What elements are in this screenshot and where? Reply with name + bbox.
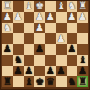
square-a2[interactable] — [2, 66, 13, 77]
white-pawn-piece[interactable]: ♟ — [57, 33, 66, 43]
square-a3[interactable] — [2, 55, 13, 66]
square-g1[interactable]: ♞ — [67, 76, 78, 87]
square-h1[interactable]: ♜ — [77, 76, 88, 87]
square-f3[interactable] — [56, 55, 67, 66]
square-h7[interactable]: ♟ — [77, 12, 88, 23]
black-knight-piece[interactable]: ♞ — [14, 55, 23, 65]
white-pawn-piece[interactable]: ♟ — [67, 12, 76, 22]
square-g8[interactable]: ♞ — [67, 1, 78, 12]
square-d8[interactable]: ♚ — [34, 1, 45, 12]
square-e8[interactable] — [45, 1, 56, 12]
white-king-piece[interactable]: ♚ — [35, 1, 44, 11]
square-g3[interactable] — [67, 55, 78, 66]
square-a4[interactable]: ♟ — [2, 44, 13, 55]
white-bishop-piece[interactable]: ♝ — [24, 1, 33, 11]
square-b2[interactable]: ♟ — [13, 66, 24, 77]
square-d5[interactable] — [34, 33, 45, 44]
square-e3[interactable] — [45, 55, 56, 66]
black-pawn-piece[interactable]: ♟ — [14, 66, 23, 76]
square-c6[interactable] — [24, 23, 35, 34]
square-b4[interactable] — [13, 44, 24, 55]
white-knight-piece[interactable]: ♞ — [67, 1, 76, 11]
white-pawn-piece[interactable]: ♟ — [14, 12, 23, 22]
square-b5[interactable] — [13, 33, 24, 44]
white-pawn-piece[interactable]: ♟ — [35, 12, 44, 22]
white-knight-piece[interactable]: ♞ — [3, 23, 12, 33]
square-g2[interactable] — [67, 66, 78, 77]
square-g7[interactable]: ♟ — [67, 12, 78, 23]
square-c2[interactable]: ♟ — [24, 66, 35, 77]
black-bishop-piece[interactable]: ♝ — [78, 55, 87, 65]
square-e4[interactable] — [45, 44, 56, 55]
square-d1[interactable]: ♚ — [34, 76, 45, 87]
white-pawn-piece[interactable]: ♟ — [78, 12, 87, 22]
square-e1[interactable]: ♛ — [45, 76, 56, 87]
square-d7[interactable]: ♟ — [34, 12, 45, 23]
square-g6[interactable] — [67, 23, 78, 34]
square-b8[interactable] — [13, 1, 24, 12]
square-e6[interactable] — [45, 23, 56, 34]
black-knight-piece[interactable]: ♞ — [67, 76, 76, 86]
black-pawn-piece[interactable]: ♟ — [3, 44, 12, 54]
black-queen-piece[interactable]: ♛ — [46, 76, 55, 86]
black-pawn-piece[interactable]: ♟ — [57, 66, 66, 76]
square-e5[interactable] — [45, 33, 56, 44]
square-b3[interactable]: ♞ — [13, 55, 24, 66]
square-h3[interactable]: ♝ — [77, 55, 88, 66]
square-f8[interactable]: ♝ — [56, 1, 67, 12]
white-pawn-piece[interactable]: ♟ — [46, 12, 55, 22]
square-d4[interactable]: ♟ — [34, 44, 45, 55]
black-pawn-piece[interactable]: ♟ — [24, 66, 33, 76]
white-pawn-piece[interactable]: ♟ — [3, 12, 12, 22]
square-g4[interactable]: ♟ — [67, 44, 78, 55]
square-c1[interactable]: ♝ — [24, 76, 35, 87]
white-rook-piece[interactable]: ♜ — [78, 1, 87, 11]
square-b1[interactable] — [13, 76, 24, 87]
square-h4[interactable] — [77, 44, 88, 55]
square-c4[interactable] — [24, 44, 35, 55]
square-h6[interactable] — [77, 23, 88, 34]
black-pawn-piece[interactable]: ♟ — [46, 66, 55, 76]
black-bishop-piece[interactable]: ♝ — [24, 76, 33, 86]
square-d6[interactable]: ♟ — [34, 23, 45, 34]
square-b7[interactable]: ♟ — [13, 12, 24, 23]
square-h8[interactable]: ♜ — [77, 1, 88, 12]
square-e7[interactable]: ♟ — [45, 12, 56, 23]
square-a8[interactable]: ♜ — [2, 1, 13, 12]
black-rook-piece[interactable]: ♜ — [3, 76, 12, 86]
square-a6[interactable]: ♞ — [2, 23, 13, 34]
square-f2[interactable]: ♟ — [56, 66, 67, 77]
chess-board-screenshot: ♜♝♚♝♞♜♟♟♟♟♟♟♞♟♟♟♟♟♞♝♟♟♟♟♟♜♝♚♛♞♜ — [0, 0, 90, 90]
black-rook-piece[interactable]: ♜ — [78, 76, 87, 86]
square-f4[interactable] — [56, 44, 67, 55]
square-e2[interactable]: ♟ — [45, 66, 56, 77]
white-pawn-piece[interactable]: ♟ — [35, 23, 44, 33]
white-rook-piece[interactable]: ♜ — [3, 1, 12, 11]
square-f7[interactable] — [56, 12, 67, 23]
square-a5[interactable] — [2, 33, 13, 44]
square-c8[interactable]: ♝ — [24, 1, 35, 12]
square-c5[interactable] — [24, 33, 35, 44]
chess-board[interactable]: ♜♝♚♝♞♜♟♟♟♟♟♟♞♟♟♟♟♟♞♝♟♟♟♟♟♜♝♚♛♞♜ — [2, 1, 88, 87]
square-f6[interactable] — [56, 23, 67, 34]
white-bishop-piece[interactable]: ♝ — [57, 1, 66, 11]
square-a7[interactable]: ♟ — [2, 12, 13, 23]
black-pawn-piece[interactable]: ♟ — [35, 44, 44, 54]
square-g5[interactable] — [67, 33, 78, 44]
square-f5[interactable]: ♟ — [56, 33, 67, 44]
square-d2[interactable] — [34, 66, 45, 77]
square-c7[interactable] — [24, 12, 35, 23]
black-king-piece[interactable]: ♚ — [35, 76, 44, 86]
square-h2[interactable]: ♟ — [77, 66, 88, 77]
black-pawn-piece[interactable]: ♟ — [67, 44, 76, 54]
square-a1[interactable]: ♜ — [2, 76, 13, 87]
square-f1[interactable] — [56, 76, 67, 87]
black-pawn-piece[interactable]: ♟ — [78, 66, 87, 76]
square-h5[interactable] — [77, 33, 88, 44]
square-c3[interactable] — [24, 55, 35, 66]
square-b6[interactable] — [13, 23, 24, 34]
square-d3[interactable] — [34, 55, 45, 66]
